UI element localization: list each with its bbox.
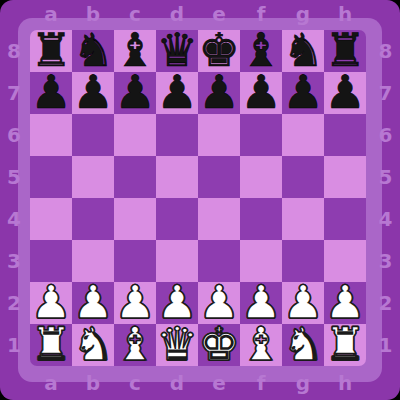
white-bishop-c1[interactable]: ♝ [114,323,155,365]
square-e1[interactable]: ♚ [198,324,240,366]
square-h6[interactable] [324,114,366,156]
square-b6[interactable] [72,114,114,156]
rank-label-left-7: 7 [0,72,28,114]
square-c6[interactable] [114,114,156,156]
square-b1[interactable]: ♞ [72,324,114,366]
white-knight-b1[interactable]: ♞ [72,323,113,365]
rank-label-left-6: 6 [0,114,28,156]
rank-label-left-5: 5 [0,156,28,198]
square-e4[interactable] [198,198,240,240]
square-f7[interactable]: ♟ [240,72,282,114]
square-d4[interactable] [156,198,198,240]
square-g7[interactable]: ♟ [282,72,324,114]
file-label-bottom-d: d [156,366,198,400]
file-labels-top: abcdefgh [30,0,366,28]
square-b4[interactable] [72,198,114,240]
square-d1[interactable]: ♛ [156,324,198,366]
square-h5[interactable] [324,156,366,198]
file-label-bottom-f: f [240,366,282,400]
rank-label-right-8: 8 [371,30,400,72]
square-a5[interactable] [30,156,72,198]
rank-label-left-4: 4 [0,198,28,240]
square-g5[interactable] [282,156,324,198]
file-label-top-d: d [156,0,198,28]
square-d5[interactable] [156,156,198,198]
file-label-top-a: a [30,0,72,28]
white-bishop-f1[interactable]: ♝ [240,323,281,365]
rank-labels-left: 87654321 [0,30,28,366]
square-a4[interactable] [30,198,72,240]
black-pawn-g7[interactable]: ♟ [282,71,323,113]
square-f5[interactable] [240,156,282,198]
black-pawn-d7[interactable]: ♟ [156,71,197,113]
rank-label-left-2: 2 [0,282,28,324]
square-c1[interactable]: ♝ [114,324,156,366]
file-label-bottom-g: g [282,366,324,400]
file-label-top-e: e [198,0,240,28]
file-label-bottom-h: h [324,366,366,400]
rank-labels-right: 87654321 [371,30,400,366]
rank-label-left-3: 3 [0,240,28,282]
square-c5[interactable] [114,156,156,198]
square-g4[interactable] [282,198,324,240]
file-label-bottom-a: a [30,366,72,400]
square-e5[interactable] [198,156,240,198]
rank-label-right-1: 1 [371,324,400,366]
black-pawn-b7[interactable]: ♟ [72,71,113,113]
file-label-bottom-e: e [198,366,240,400]
square-h7[interactable]: ♟ [324,72,366,114]
white-rook-h1[interactable]: ♜ [324,323,365,365]
rank-label-right-2: 2 [371,282,400,324]
rank-label-right-7: 7 [371,72,400,114]
black-pawn-c7[interactable]: ♟ [114,71,155,113]
black-pawn-f7[interactable]: ♟ [240,71,281,113]
file-label-bottom-c: c [114,366,156,400]
square-d6[interactable] [156,114,198,156]
chess-board[interactable]: ♜♞♝♛♚♝♞♜♟♟♟♟♟♟♟♟♟♟♟♟♟♟♟♟♜♞♝♛♚♝♞♜ [30,30,366,366]
file-label-top-h: h [324,0,366,28]
black-pawn-h7[interactable]: ♟ [324,71,365,113]
white-queen-d1[interactable]: ♛ [156,323,197,365]
square-f4[interactable] [240,198,282,240]
square-a1[interactable]: ♜ [30,324,72,366]
file-labels-bottom: abcdefgh [30,366,366,400]
file-label-bottom-b: b [72,366,114,400]
square-a6[interactable] [30,114,72,156]
rank-label-right-3: 3 [371,240,400,282]
chess-app-window: abcdefgh abcdefgh 87654321 87654321 ♜♞♝♛… [0,0,400,400]
square-g1[interactable]: ♞ [282,324,324,366]
square-c7[interactable]: ♟ [114,72,156,114]
file-label-top-f: f [240,0,282,28]
square-b5[interactable] [72,156,114,198]
rank-label-right-5: 5 [371,156,400,198]
square-a7[interactable]: ♟ [30,72,72,114]
square-b7[interactable]: ♟ [72,72,114,114]
white-knight-g1[interactable]: ♞ [282,323,323,365]
rank-label-right-6: 6 [371,114,400,156]
black-pawn-e7[interactable]: ♟ [198,71,239,113]
screenshot: abcdefgh abcdefgh 87654321 87654321 ♜♞♝♛… [0,0,400,400]
square-h1[interactable]: ♜ [324,324,366,366]
square-h4[interactable] [324,198,366,240]
file-label-top-c: c [114,0,156,28]
square-f6[interactable] [240,114,282,156]
white-king-e1[interactable]: ♚ [198,323,239,365]
rank-label-left-1: 1 [0,324,28,366]
square-f1[interactable]: ♝ [240,324,282,366]
rank-label-left-8: 8 [0,30,28,72]
file-label-top-b: b [72,0,114,28]
square-d7[interactable]: ♟ [156,72,198,114]
square-c4[interactable] [114,198,156,240]
square-e7[interactable]: ♟ [198,72,240,114]
black-pawn-a7[interactable]: ♟ [30,71,71,113]
rank-label-right-4: 4 [371,198,400,240]
white-rook-a1[interactable]: ♜ [30,323,71,365]
square-g6[interactable] [282,114,324,156]
square-e6[interactable] [198,114,240,156]
file-label-top-g: g [282,0,324,28]
